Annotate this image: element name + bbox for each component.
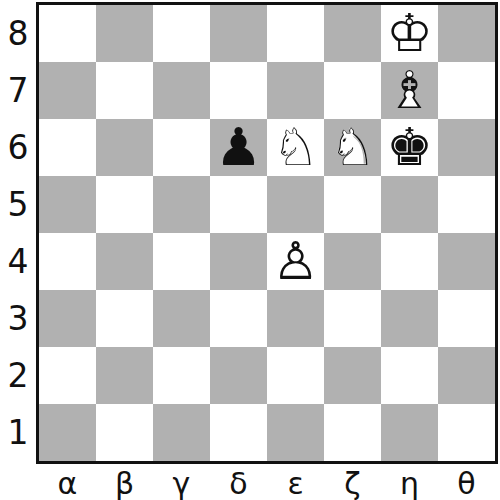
square-f3[interactable]: [324, 290, 381, 347]
king-glyph-outline: ♔: [381, 5, 438, 62]
square-a6[interactable]: [39, 119, 96, 176]
square-h1[interactable]: [438, 404, 495, 461]
square-g8[interactable]: ♚♔: [381, 5, 438, 62]
square-d5[interactable]: [210, 176, 267, 233]
rank-labels: 87654321: [0, 2, 36, 464]
square-c3[interactable]: [153, 290, 210, 347]
square-f2[interactable]: [324, 347, 381, 404]
square-b8[interactable]: [96, 5, 153, 62]
square-g2[interactable]: [381, 347, 438, 404]
square-c1[interactable]: [153, 404, 210, 461]
rank-label-1: 1: [0, 404, 36, 461]
square-c2[interactable]: [153, 347, 210, 404]
square-h4[interactable]: [438, 233, 495, 290]
pawn-glyph-outline: ♙: [267, 233, 324, 290]
square-e7[interactable]: [267, 62, 324, 119]
square-e3[interactable]: [267, 290, 324, 347]
square-d8[interactable]: [210, 5, 267, 62]
square-h3[interactable]: [438, 290, 495, 347]
square-c8[interactable]: [153, 5, 210, 62]
square-e6[interactable]: ♞♘: [267, 119, 324, 176]
file-label-beta: β: [96, 464, 153, 500]
square-f5[interactable]: [324, 176, 381, 233]
rank-label-6: 6: [0, 119, 36, 176]
square-h2[interactable]: [438, 347, 495, 404]
square-g3[interactable]: [381, 290, 438, 347]
square-d7[interactable]: [210, 62, 267, 119]
square-a2[interactable]: [39, 347, 96, 404]
square-e2[interactable]: [267, 347, 324, 404]
chess-diagram: 87654321 ♚♔♝♗♟♞♘♞♘♚♟♙ αβγδεζηθ: [0, 0, 498, 500]
square-e8[interactable]: [267, 5, 324, 62]
square-d6[interactable]: ♟: [210, 119, 267, 176]
square-c6[interactable]: [153, 119, 210, 176]
square-a1[interactable]: [39, 404, 96, 461]
square-h8[interactable]: [438, 5, 495, 62]
square-d4[interactable]: [210, 233, 267, 290]
file-label-gamma: γ: [153, 464, 210, 500]
square-d2[interactable]: [210, 347, 267, 404]
white-knight-f6[interactable]: ♞♘: [324, 119, 381, 176]
rank-label-2: 2: [0, 347, 36, 404]
white-bishop-g7[interactable]: ♝♗: [381, 62, 438, 119]
square-a3[interactable]: [39, 290, 96, 347]
white-king-g8[interactable]: ♚♔: [381, 5, 438, 62]
square-h7[interactable]: [438, 62, 495, 119]
square-h6[interactable]: [438, 119, 495, 176]
square-b3[interactable]: [96, 290, 153, 347]
square-g1[interactable]: [381, 404, 438, 461]
black-king-g6[interactable]: ♚: [381, 119, 438, 176]
square-a8[interactable]: [39, 5, 96, 62]
square-d1[interactable]: [210, 404, 267, 461]
square-b4[interactable]: [96, 233, 153, 290]
square-a7[interactable]: [39, 62, 96, 119]
square-g7[interactable]: ♝♗: [381, 62, 438, 119]
square-f6[interactable]: ♞♘: [324, 119, 381, 176]
rank-label-4: 4: [0, 233, 36, 290]
chess-board[interactable]: ♚♔♝♗♟♞♘♞♘♚♟♙: [36, 2, 498, 464]
rank-label-5: 5: [0, 176, 36, 233]
rank-label-7: 7: [0, 62, 36, 119]
square-e4[interactable]: ♟♙: [267, 233, 324, 290]
knight-glyph-outline: ♘: [324, 119, 381, 176]
black-pawn-d6[interactable]: ♟: [210, 119, 267, 176]
bishop-glyph-outline: ♗: [381, 62, 438, 119]
square-c5[interactable]: [153, 176, 210, 233]
square-b2[interactable]: [96, 347, 153, 404]
square-g6[interactable]: ♚: [381, 119, 438, 176]
square-f7[interactable]: [324, 62, 381, 119]
square-b7[interactable]: [96, 62, 153, 119]
square-a4[interactable]: [39, 233, 96, 290]
file-label-eta: η: [381, 464, 438, 500]
board-corner-spacer: [0, 464, 36, 500]
square-b1[interactable]: [96, 404, 153, 461]
file-label-epsilon: ε: [267, 464, 324, 500]
square-b6[interactable]: [96, 119, 153, 176]
square-g5[interactable]: [381, 176, 438, 233]
square-f1[interactable]: [324, 404, 381, 461]
file-label-alpha: α: [39, 464, 96, 500]
square-c7[interactable]: [153, 62, 210, 119]
square-f8[interactable]: [324, 5, 381, 62]
file-label-zeta: ζ: [324, 464, 381, 500]
white-pawn-e4[interactable]: ♟♙: [267, 233, 324, 290]
square-d3[interactable]: [210, 290, 267, 347]
file-label-theta: θ: [438, 464, 495, 500]
square-g4[interactable]: [381, 233, 438, 290]
square-c4[interactable]: [153, 233, 210, 290]
square-h5[interactable]: [438, 176, 495, 233]
white-knight-e6[interactable]: ♞♘: [267, 119, 324, 176]
square-e1[interactable]: [267, 404, 324, 461]
square-b5[interactable]: [96, 176, 153, 233]
knight-glyph-outline: ♘: [267, 119, 324, 176]
rank-label-8: 8: [0, 5, 36, 62]
square-e5[interactable]: [267, 176, 324, 233]
square-a5[interactable]: [39, 176, 96, 233]
file-labels: αβγδεζηθ: [36, 464, 498, 500]
rank-label-3: 3: [0, 290, 36, 347]
file-label-delta: δ: [210, 464, 267, 500]
square-f4[interactable]: [324, 233, 381, 290]
